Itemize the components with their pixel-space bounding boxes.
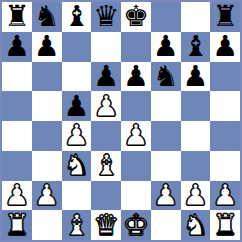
square-d4[interactable] — [91, 121, 121, 151]
piece-white-pawn[interactable]: ♟ — [182, 181, 208, 210]
square-e6[interactable]: ♟ — [121, 62, 151, 92]
piece-black-pawn[interactable]: ♟ — [4, 32, 30, 61]
square-e3[interactable] — [121, 151, 151, 181]
square-h4[interactable] — [210, 121, 240, 151]
square-f7[interactable]: ♟ — [151, 32, 181, 62]
square-e1[interactable]: ♚ — [121, 210, 151, 240]
piece-black-pawn[interactable]: ♟ — [212, 32, 238, 61]
square-c8[interactable]: ♝ — [62, 2, 92, 32]
square-h8[interactable]: ♜ — [210, 2, 240, 32]
square-f2[interactable]: ♟ — [151, 181, 181, 211]
square-g4[interactable] — [181, 121, 211, 151]
piece-black-rook[interactable]: ♜ — [4, 2, 30, 31]
square-d8[interactable]: ♛ — [91, 2, 121, 32]
square-b2[interactable]: ♟ — [32, 181, 62, 211]
square-b7[interactable]: ♟ — [32, 32, 62, 62]
piece-black-king[interactable]: ♚ — [123, 2, 149, 31]
piece-white-knight[interactable]: ♞ — [182, 211, 208, 240]
piece-white-queen[interactable]: ♛ — [93, 211, 119, 240]
square-a7[interactable]: ♟ — [2, 32, 32, 62]
square-g6[interactable]: ♟ — [181, 62, 211, 92]
square-e7[interactable] — [121, 32, 151, 62]
square-e5[interactable] — [121, 91, 151, 121]
square-a4[interactable] — [2, 121, 32, 151]
square-f3[interactable] — [151, 151, 181, 181]
square-h3[interactable] — [210, 151, 240, 181]
piece-white-king[interactable]: ♚ — [123, 211, 149, 240]
piece-white-knight[interactable]: ♞ — [63, 151, 89, 180]
square-f8[interactable] — [151, 2, 181, 32]
square-h5[interactable] — [210, 91, 240, 121]
square-f4[interactable] — [151, 121, 181, 151]
piece-white-bishop[interactable]: ♝ — [93, 151, 119, 180]
square-b3[interactable] — [32, 151, 62, 181]
square-e2[interactable] — [121, 181, 151, 211]
piece-black-bishop[interactable]: ♝ — [182, 32, 208, 61]
square-g5[interactable] — [181, 91, 211, 121]
square-f6[interactable]: ♞ — [151, 62, 181, 92]
square-h1[interactable]: ♜ — [210, 210, 240, 240]
piece-black-knight[interactable]: ♞ — [153, 62, 179, 91]
piece-black-knight[interactable]: ♞ — [34, 2, 60, 31]
piece-black-pawn[interactable]: ♟ — [123, 62, 149, 91]
piece-white-rook[interactable]: ♜ — [212, 211, 238, 240]
piece-black-queen[interactable]: ♛ — [93, 2, 119, 31]
square-b4[interactable] — [32, 121, 62, 151]
square-c4[interactable]: ♟ — [62, 121, 92, 151]
square-d6[interactable]: ♟ — [91, 62, 121, 92]
square-a3[interactable] — [2, 151, 32, 181]
square-h2[interactable]: ♟ — [210, 181, 240, 211]
square-d3[interactable]: ♝ — [91, 151, 121, 181]
square-f5[interactable] — [151, 91, 181, 121]
piece-black-rook[interactable]: ♜ — [212, 2, 238, 31]
piece-black-pawn[interactable]: ♟ — [34, 32, 60, 61]
square-c6[interactable] — [62, 62, 92, 92]
piece-white-pawn[interactable]: ♟ — [123, 121, 149, 150]
square-c3[interactable]: ♞ — [62, 151, 92, 181]
square-a8[interactable]: ♜ — [2, 2, 32, 32]
piece-white-pawn[interactable]: ♟ — [63, 121, 89, 150]
square-h7[interactable]: ♟ — [210, 32, 240, 62]
piece-white-pawn[interactable]: ♟ — [153, 181, 179, 210]
piece-white-pawn[interactable]: ♟ — [34, 181, 60, 210]
square-c1[interactable]: ♝ — [62, 210, 92, 240]
square-g7[interactable]: ♝ — [181, 32, 211, 62]
piece-black-pawn[interactable]: ♟ — [153, 32, 179, 61]
square-h6[interactable] — [210, 62, 240, 92]
square-d7[interactable] — [91, 32, 121, 62]
square-c7[interactable] — [62, 32, 92, 62]
square-g3[interactable] — [181, 151, 211, 181]
piece-black-pawn[interactable]: ♟ — [182, 62, 208, 91]
square-e4[interactable]: ♟ — [121, 121, 151, 151]
square-b1[interactable] — [32, 210, 62, 240]
piece-black-pawn[interactable]: ♟ — [63, 92, 89, 121]
square-b6[interactable] — [32, 62, 62, 92]
square-d5[interactable]: ♟ — [91, 91, 121, 121]
square-g1[interactable]: ♞ — [181, 210, 211, 240]
piece-white-pawn[interactable]: ♟ — [93, 92, 119, 121]
square-d1[interactable]: ♛ — [91, 210, 121, 240]
square-d2[interactable] — [91, 181, 121, 211]
piece-black-pawn[interactable]: ♟ — [93, 62, 119, 91]
chess-board-container: ♜♞♝♛♚♜♟♟♟♝♟♟♟♞♟♟♟♟♟♞♝♟♟♟♟♟♜♝♛♚♞♜ — [0, 0, 242, 242]
square-b8[interactable]: ♞ — [32, 2, 62, 32]
piece-white-bishop[interactable]: ♝ — [63, 211, 89, 240]
square-c2[interactable] — [62, 181, 92, 211]
square-f1[interactable] — [151, 210, 181, 240]
square-a5[interactable] — [2, 91, 32, 121]
square-a1[interactable]: ♜ — [2, 210, 32, 240]
square-b5[interactable] — [32, 91, 62, 121]
piece-white-pawn[interactable]: ♟ — [4, 181, 30, 210]
piece-white-pawn[interactable]: ♟ — [212, 181, 238, 210]
square-g8[interactable] — [181, 2, 211, 32]
square-c5[interactable]: ♟ — [62, 91, 92, 121]
piece-black-bishop[interactable]: ♝ — [63, 2, 89, 31]
piece-white-rook[interactable]: ♜ — [4, 211, 30, 240]
square-e8[interactable]: ♚ — [121, 2, 151, 32]
square-a6[interactable] — [2, 62, 32, 92]
square-a2[interactable]: ♟ — [2, 181, 32, 211]
chess-board: ♜♞♝♛♚♜♟♟♟♝♟♟♟♞♟♟♟♟♟♞♝♟♟♟♟♟♜♝♛♚♞♜ — [0, 0, 242, 242]
square-g2[interactable]: ♟ — [181, 181, 211, 211]
